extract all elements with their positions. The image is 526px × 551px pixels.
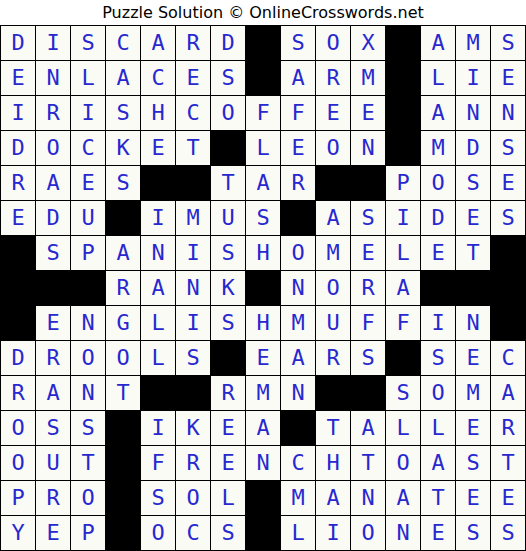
letter-cell: T: [351, 446, 385, 480]
letter-cell: I: [141, 201, 175, 235]
letter-cell: S: [456, 446, 490, 480]
letter-cell: F: [246, 96, 280, 130]
letter-cell: N: [281, 376, 315, 410]
letter-cell: I: [456, 61, 490, 95]
letter-cell: C: [281, 446, 315, 480]
letter-cell: O: [211, 96, 245, 130]
letter-cell: A: [141, 26, 175, 60]
letter-cell: Y: [1, 516, 35, 550]
letter-cell: E: [211, 411, 245, 445]
letter-cell: F: [351, 306, 385, 340]
letter-cell: D: [456, 131, 490, 165]
letter-cell: E: [141, 131, 175, 165]
letter-cell: E: [36, 516, 70, 550]
letter-cell: S: [351, 341, 385, 375]
block-cell: [316, 166, 350, 200]
letter-cell: C: [176, 96, 210, 130]
letter-cell: E: [351, 96, 385, 130]
letter-cell: T: [211, 166, 245, 200]
block-cell: [386, 96, 420, 130]
letter-cell: U: [36, 446, 70, 480]
letter-cell: N: [281, 271, 315, 305]
letter-cell: M: [456, 26, 490, 60]
letter-cell: R: [211, 376, 245, 410]
block-cell: [1, 271, 35, 305]
letter-cell: O: [141, 516, 175, 550]
letter-cell: A: [421, 96, 455, 130]
letter-cell: D: [1, 131, 35, 165]
crossword-grid: DISCARDSOXAMSENLACESARMLIEIRISHCOFFEEANN…: [0, 25, 526, 551]
letter-cell: N: [351, 481, 385, 515]
letter-cell: H: [141, 96, 175, 130]
puzzle-solution-page: Puzzle Solution © OnlineCrosswords.net D…: [0, 0, 526, 551]
letter-cell: H: [246, 236, 280, 270]
letter-cell: N: [456, 96, 490, 130]
letter-cell: A: [351, 411, 385, 445]
letter-cell: E: [421, 236, 455, 270]
block-cell: [386, 61, 420, 95]
letter-cell: S: [491, 201, 525, 235]
letter-cell: N: [176, 271, 210, 305]
letter-cell: I: [36, 26, 70, 60]
letter-cell: E: [491, 166, 525, 200]
block-cell: [1, 306, 35, 340]
block-cell: [141, 376, 175, 410]
letter-cell: F: [281, 96, 315, 130]
letter-cell: R: [36, 341, 70, 375]
letter-cell: I: [386, 201, 420, 235]
letter-cell: A: [316, 201, 350, 235]
letter-cell: H: [246, 306, 280, 340]
letter-cell: O: [351, 516, 385, 550]
letter-cell: R: [1, 376, 35, 410]
letter-cell: I: [71, 96, 105, 130]
letter-cell: R: [36, 96, 70, 130]
letter-cell: P: [71, 236, 105, 270]
letter-cell: C: [141, 61, 175, 95]
letter-cell: H: [316, 446, 350, 480]
letter-cell: O: [316, 26, 350, 60]
block-cell: [351, 166, 385, 200]
letter-cell: A: [386, 271, 420, 305]
letter-cell: I: [176, 236, 210, 270]
letter-cell: E: [1, 201, 35, 235]
letter-cell: M: [351, 61, 385, 95]
letter-cell: N: [491, 96, 525, 130]
letter-cell: E: [211, 446, 245, 480]
letter-cell: S: [246, 201, 280, 235]
letter-cell: L: [71, 61, 105, 95]
block-cell: [421, 271, 455, 305]
letter-cell: R: [36, 481, 70, 515]
block-cell: [106, 516, 140, 550]
letter-cell: C: [176, 516, 210, 550]
letter-cell: R: [491, 411, 525, 445]
letter-cell: A: [421, 446, 455, 480]
letter-cell: R: [316, 341, 350, 375]
letter-cell: P: [71, 516, 105, 550]
letter-cell: D: [421, 201, 455, 235]
letter-cell: E: [456, 341, 490, 375]
letter-cell: M: [281, 306, 315, 340]
letter-cell: K: [106, 131, 140, 165]
letter-cell: R: [106, 271, 140, 305]
letter-cell: G: [106, 306, 140, 340]
letter-cell: D: [36, 201, 70, 235]
letter-cell: T: [421, 481, 455, 515]
block-cell: [491, 271, 525, 305]
letter-cell: F: [141, 446, 175, 480]
letter-cell: K: [211, 271, 245, 305]
letter-cell: L: [281, 516, 315, 550]
letter-cell: E: [421, 516, 455, 550]
letter-cell: D: [1, 26, 35, 60]
letter-cell: R: [351, 271, 385, 305]
letter-cell: T: [106, 376, 140, 410]
letter-cell: M: [246, 376, 280, 410]
block-cell: [211, 341, 245, 375]
letter-cell: M: [456, 376, 490, 410]
letter-cell: U: [71, 201, 105, 235]
block-cell: [106, 446, 140, 480]
letter-cell: S: [211, 61, 245, 95]
letter-cell: M: [421, 131, 455, 165]
letter-cell: N: [71, 376, 105, 410]
letter-cell: N: [36, 61, 70, 95]
letter-cell: T: [316, 411, 350, 445]
letter-cell: A: [106, 61, 140, 95]
letter-cell: X: [351, 26, 385, 60]
letter-cell: A: [36, 166, 70, 200]
letter-cell: S: [106, 166, 140, 200]
letter-cell: C: [71, 131, 105, 165]
letter-cell: I: [421, 306, 455, 340]
letter-cell: T: [491, 446, 525, 480]
letter-cell: E: [351, 236, 385, 270]
letter-cell: S: [71, 26, 105, 60]
block-cell: [491, 306, 525, 340]
letter-cell: L: [141, 341, 175, 375]
letter-cell: O: [421, 166, 455, 200]
letter-cell: O: [106, 341, 140, 375]
letter-cell: A: [281, 341, 315, 375]
letter-cell: A: [316, 481, 350, 515]
letter-cell: O: [71, 481, 105, 515]
letter-cell: E: [1, 61, 35, 95]
block-cell: [176, 166, 210, 200]
block-cell: [176, 376, 210, 410]
letter-cell: A: [386, 481, 420, 515]
letter-cell: E: [36, 306, 70, 340]
letter-cell: S: [176, 341, 210, 375]
letter-cell: M: [281, 481, 315, 515]
block-cell: [246, 481, 280, 515]
letter-cell: S: [491, 26, 525, 60]
letter-cell: A: [36, 376, 70, 410]
letter-cell: L: [386, 411, 420, 445]
letter-cell: S: [386, 376, 420, 410]
letter-cell: E: [71, 166, 105, 200]
letter-cell: K: [176, 411, 210, 445]
letter-cell: R: [316, 61, 350, 95]
block-cell: [281, 411, 315, 445]
letter-cell: C: [491, 341, 525, 375]
letter-cell: E: [281, 131, 315, 165]
letter-cell: P: [1, 481, 35, 515]
letter-cell: E: [456, 201, 490, 235]
letter-cell: M: [176, 201, 210, 235]
letter-cell: N: [71, 306, 105, 340]
letter-cell: M: [316, 236, 350, 270]
letter-cell: S: [491, 131, 525, 165]
letter-cell: E: [316, 96, 350, 130]
block-cell: [106, 481, 140, 515]
letter-cell: E: [176, 61, 210, 95]
letter-cell: R: [1, 166, 35, 200]
letter-cell: A: [421, 26, 455, 60]
block-cell: [36, 271, 70, 305]
letter-cell: L: [421, 61, 455, 95]
block-cell: [246, 516, 280, 550]
block-cell: [491, 236, 525, 270]
letter-cell: O: [386, 446, 420, 480]
letter-cell: N: [351, 131, 385, 165]
letter-cell: A: [246, 166, 280, 200]
letter-cell: S: [71, 411, 105, 445]
letter-cell: A: [141, 271, 175, 305]
letter-cell: A: [491, 376, 525, 410]
letter-cell: R: [176, 446, 210, 480]
letter-cell: S: [211, 306, 245, 340]
letter-cell: O: [1, 446, 35, 480]
letter-cell: U: [316, 306, 350, 340]
letter-cell: L: [211, 481, 245, 515]
letter-cell: L: [386, 236, 420, 270]
letter-cell: D: [1, 341, 35, 375]
letter-cell: F: [386, 306, 420, 340]
letter-cell: T: [176, 131, 210, 165]
block-cell: [386, 341, 420, 375]
block-cell: [456, 271, 490, 305]
block-cell: [106, 411, 140, 445]
letter-cell: A: [246, 411, 280, 445]
letter-cell: S: [141, 481, 175, 515]
block-cell: [316, 376, 350, 410]
block-cell: [246, 271, 280, 305]
letter-cell: I: [141, 411, 175, 445]
letter-cell: N: [141, 236, 175, 270]
letter-cell: C: [106, 26, 140, 60]
letter-cell: I: [1, 96, 35, 130]
letter-cell: I: [316, 516, 350, 550]
letter-cell: O: [316, 271, 350, 305]
letter-cell: U: [211, 201, 245, 235]
block-cell: [281, 201, 315, 235]
letter-cell: D: [211, 26, 245, 60]
letter-cell: T: [71, 446, 105, 480]
letter-cell: S: [211, 236, 245, 270]
letter-cell: S: [421, 341, 455, 375]
letter-cell: S: [36, 411, 70, 445]
letter-cell: A: [281, 61, 315, 95]
block-cell: [1, 236, 35, 270]
letter-cell: O: [281, 236, 315, 270]
block-cell: [386, 26, 420, 60]
letter-cell: O: [1, 411, 35, 445]
letter-cell: E: [491, 481, 525, 515]
letter-cell: N: [386, 516, 420, 550]
letter-cell: S: [456, 166, 490, 200]
block-cell: [246, 26, 280, 60]
letter-cell: S: [106, 96, 140, 130]
letter-cell: O: [71, 341, 105, 375]
letter-cell: E: [246, 341, 280, 375]
block-cell: [351, 376, 385, 410]
letter-cell: S: [456, 516, 490, 550]
letter-cell: N: [456, 306, 490, 340]
block-cell: [106, 201, 140, 235]
page-title: Puzzle Solution © OnlineCrosswords.net: [0, 0, 526, 25]
letter-cell: O: [36, 131, 70, 165]
letter-cell: T: [456, 236, 490, 270]
block-cell: [211, 131, 245, 165]
letter-cell: S: [351, 201, 385, 235]
letter-cell: S: [491, 516, 525, 550]
letter-cell: R: [176, 26, 210, 60]
letter-cell: O: [421, 376, 455, 410]
letter-cell: S: [211, 516, 245, 550]
letter-cell: O: [316, 131, 350, 165]
letter-cell: N: [246, 446, 280, 480]
letter-cell: O: [176, 481, 210, 515]
letter-cell: E: [456, 411, 490, 445]
letter-cell: R: [281, 166, 315, 200]
letter-cell: E: [456, 481, 490, 515]
letter-cell: L: [421, 411, 455, 445]
block-cell: [386, 131, 420, 165]
block-cell: [71, 271, 105, 305]
block-cell: [141, 166, 175, 200]
letter-cell: A: [106, 236, 140, 270]
letter-cell: L: [141, 306, 175, 340]
letter-cell: S: [36, 236, 70, 270]
block-cell: [246, 61, 280, 95]
letter-cell: I: [176, 306, 210, 340]
letter-cell: S: [281, 26, 315, 60]
letter-cell: E: [491, 61, 525, 95]
letter-cell: P: [386, 166, 420, 200]
letter-cell: L: [246, 131, 280, 165]
